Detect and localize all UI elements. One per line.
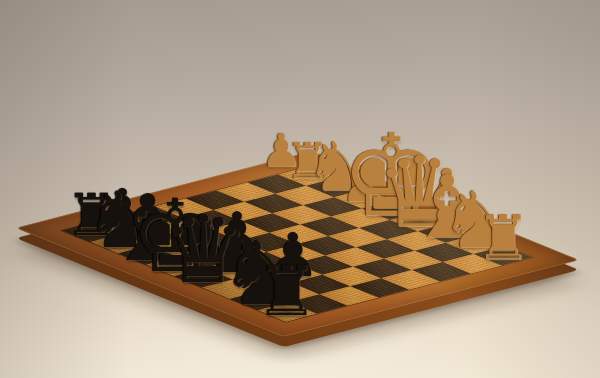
photo-backdrop: ♟♜♞♟♚♛♟♜♝♟♞♞♟♝♜♟♚♟♟♛♞♜ <box>0 0 600 378</box>
board-frame <box>16 151 579 337</box>
